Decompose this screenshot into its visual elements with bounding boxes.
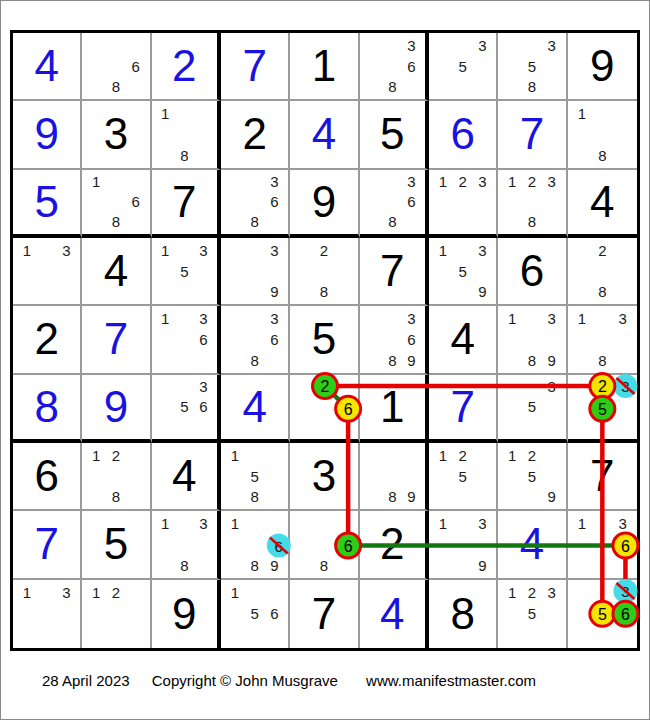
pencil-mark [175, 329, 194, 350]
pencil-marks [568, 375, 637, 439]
pencil-mark: 9 [265, 555, 285, 576]
pencil-mark: 8 [314, 282, 334, 303]
pencil-mark [265, 534, 285, 555]
cell-r3c9[interactable]: 4 [568, 170, 637, 238]
pencil-mark: 1 [156, 103, 175, 124]
pencil-mark: 3 [57, 582, 77, 603]
pencil-mark [37, 625, 57, 646]
cell-r2c9[interactable]: 18 [568, 101, 637, 169]
cell-r6c2[interactable]: 9 [82, 375, 151, 443]
pencil-marks: 3689 [360, 306, 425, 372]
pencil-mark: 2 [453, 172, 473, 192]
pencil-mark [433, 466, 453, 487]
pencil-mark: 6 [194, 397, 213, 417]
given-digit: 1 [312, 44, 336, 88]
cell-r5c2[interactable]: 7 [82, 306, 151, 374]
pencil-mark [572, 282, 592, 303]
cell-r4c4[interactable]: 39 [221, 238, 290, 306]
pencil-mark: 5 [453, 56, 473, 77]
pencil-mark [502, 35, 522, 56]
pencil-mark [433, 212, 453, 232]
pencil-mark [265, 625, 285, 646]
pencil-mark [334, 513, 354, 534]
pencil-mark [17, 625, 37, 646]
cell-r3c2[interactable]: 168 [82, 170, 151, 238]
pencil-mark [294, 417, 314, 437]
pencil-mark [592, 377, 612, 397]
pencil-mark [542, 445, 562, 466]
pencil-mark [245, 308, 265, 329]
cell-r9c3[interactable]: 9 [152, 580, 221, 648]
cell-r8c5[interactable]: 8 [290, 511, 359, 579]
pencil-mark [453, 282, 473, 303]
pencil-mark: 1 [17, 582, 37, 603]
pencil-mark [433, 261, 453, 282]
pencil-mark [175, 240, 194, 261]
pencil-marks: 125 [429, 443, 496, 509]
pencil-marks: 136 [152, 306, 217, 372]
pencil-mark [572, 603, 592, 624]
pencil-mark: 3 [194, 240, 213, 261]
footer-copyright: Copyright © John Musgrave [152, 672, 338, 689]
pencil-marks: 156 [221, 580, 288, 648]
pencil-mark [225, 261, 245, 282]
pencil-mark [175, 417, 194, 437]
footer: 28 April 2023 Copyright © John Musgrave … [42, 672, 536, 689]
pencil-mark [402, 445, 421, 466]
pencil-mark: 8 [592, 145, 612, 166]
pencil-mark: 9 [265, 282, 285, 303]
given-digit: 8 [450, 592, 474, 636]
solved-digit: 7 [520, 112, 544, 156]
cell-r9c6[interactable]: 4 [360, 580, 429, 648]
pencil-mark [314, 513, 334, 534]
cell-r4c8[interactable]: 6 [498, 238, 567, 306]
pencil-mark [572, 582, 592, 603]
cell-r8c6[interactable]: 2 [360, 511, 429, 579]
pencil-mark [433, 282, 453, 303]
pencil-mark: 2 [106, 445, 126, 466]
pencil-mark [502, 192, 522, 212]
pencil-marks: 123 [429, 170, 496, 234]
given-digit: 5 [104, 522, 128, 566]
pencil-mark [57, 625, 77, 646]
cell-r3c1[interactable]: 5 [13, 170, 82, 238]
cell-r6c7[interactable]: 7 [429, 375, 498, 443]
pencil-mark [334, 397, 354, 417]
pencil-mark [542, 329, 562, 350]
given-digit: 2 [242, 112, 266, 156]
cell-r2c3[interactable]: 18 [152, 101, 221, 169]
pencil-mark [542, 212, 562, 232]
pencil-mark [265, 487, 285, 508]
pencil-mark [542, 466, 562, 487]
pencil-mark [265, 350, 285, 371]
pencil-mark: 6 [265, 329, 285, 350]
pencil-mark [364, 350, 383, 371]
pencil-mark [334, 417, 354, 437]
cell-r9c1[interactable]: 13 [13, 580, 82, 648]
pencil-mark [364, 35, 383, 56]
pencil-mark [522, 417, 542, 437]
pencil-mark: 3 [57, 240, 77, 261]
cell-r5c1[interactable]: 2 [13, 306, 82, 374]
pencil-mark [225, 487, 245, 508]
pencil-marks: 368 [221, 306, 288, 372]
cell-r4c5[interactable]: 28 [290, 238, 359, 306]
pencil-marks: 368 [221, 170, 288, 234]
pencil-mark: 8 [522, 77, 542, 98]
pencil-mark [522, 329, 542, 350]
pencil-mark [383, 445, 402, 466]
cell-r1c1[interactable]: 4 [13, 33, 82, 101]
pencil-marks: 13 [13, 580, 80, 648]
solved-digit: 6 [450, 112, 474, 156]
cell-r7c5[interactable]: 3 [290, 443, 359, 511]
pencil-mark: 8 [522, 212, 542, 232]
cell-r1c9[interactable]: 9 [568, 33, 637, 101]
cell-r6c3[interactable]: 356 [152, 375, 221, 443]
cell-r9c2[interactable]: 12 [82, 580, 151, 648]
pencil-mark [17, 261, 37, 282]
cell-r2c6[interactable]: 5 [360, 101, 429, 169]
pencil-mark [175, 308, 194, 329]
pencil-mark [334, 377, 354, 397]
given-digit: 3 [312, 454, 336, 498]
pencil-mark [383, 308, 402, 329]
cell-r5c4[interactable]: 368 [221, 306, 290, 374]
pencil-marks: 368 [360, 170, 425, 234]
pencil-mark [572, 555, 592, 576]
cell-r6c5[interactable] [290, 375, 359, 443]
pencil-mark: 3 [402, 172, 421, 192]
pencil-mark [613, 582, 633, 603]
pencil-mark: 3 [473, 240, 493, 261]
cell-r1c3[interactable]: 2 [152, 33, 221, 101]
pencil-mark: 3 [542, 377, 562, 397]
cell-r8c2[interactable]: 5 [82, 511, 151, 579]
cell-r3c6[interactable]: 368 [360, 170, 429, 238]
pencil-mark: 5 [453, 261, 473, 282]
pencil-mark [592, 417, 612, 437]
pencil-mark [175, 513, 194, 534]
pencil-mark [364, 487, 383, 508]
cell-r1c5[interactable]: 1 [290, 33, 359, 101]
cell-r9c9[interactable] [568, 580, 637, 648]
cell-r6c9[interactable] [568, 375, 637, 443]
cell-r5c8[interactable]: 1389 [498, 306, 567, 374]
pencil-mark [522, 625, 542, 646]
pencil-mark [86, 192, 106, 212]
pencil-mark: 3 [194, 308, 213, 329]
pencil-mark [245, 513, 265, 534]
cell-r8c7[interactable]: 139 [429, 511, 498, 579]
pencil-mark: 6 [402, 56, 421, 77]
pencil-mark: 3 [473, 35, 493, 56]
cell-r8c3[interactable]: 138 [152, 511, 221, 579]
cell-r5c6[interactable]: 3689 [360, 306, 429, 374]
pencil-mark [156, 261, 175, 282]
cell-r6c4[interactable]: 4 [221, 375, 290, 443]
pencil-mark [542, 192, 562, 212]
cell-r7c2[interactable]: 128 [82, 443, 151, 511]
pencil-mark [592, 124, 612, 145]
pencil-mark [156, 124, 175, 145]
pencil-marks: 135 [152, 238, 217, 304]
cell-r4c3[interactable]: 135 [152, 238, 221, 306]
cell-r7c8[interactable]: 1259 [498, 443, 567, 511]
pencil-mark [245, 240, 265, 261]
pencil-mark [265, 212, 285, 232]
pencil-mark: 8 [383, 212, 402, 232]
pencil-mark [592, 261, 612, 282]
pencil-mark [473, 56, 493, 77]
pencil-mark: 1 [502, 445, 522, 466]
cell-r9c5[interactable]: 7 [290, 580, 359, 648]
pencil-mark [175, 103, 194, 124]
pencil-mark: 9 [473, 282, 493, 303]
pencil-mark: 3 [613, 308, 633, 329]
footer-website[interactable]: www.manifestmaster.com [366, 672, 536, 689]
cell-r7c3[interactable]: 4 [152, 443, 221, 511]
pencil-mark: 8 [314, 555, 334, 576]
pencil-mark [265, 445, 285, 466]
pencil-mark [572, 240, 592, 261]
pencil-mark [502, 56, 522, 77]
sudoku-board: 4682713683535899318245671851687368936812… [10, 30, 640, 651]
pencil-mark [86, 466, 106, 487]
pencil-mark: 8 [106, 487, 126, 508]
given-digit: 2 [34, 317, 58, 361]
cell-r2c4[interactable]: 2 [221, 101, 290, 169]
cell-r2c2[interactable]: 3 [82, 101, 151, 169]
pencil-mark [225, 212, 245, 232]
pencil-marks: 18 [568, 101, 637, 167]
pencil-mark [294, 282, 314, 303]
pencil-mark [473, 77, 493, 98]
pencil-mark [502, 77, 522, 98]
pencil-mark [502, 329, 522, 350]
pencil-mark [613, 555, 633, 576]
cell-r7c6[interactable]: 89 [360, 443, 429, 511]
pencil-mark: 3 [542, 308, 562, 329]
pencil-marks: 89 [360, 443, 425, 509]
pencil-mark [542, 603, 562, 624]
cell-r5c5[interactable]: 5 [290, 306, 359, 374]
pencil-mark [502, 212, 522, 232]
pencil-marks [290, 375, 357, 439]
pencil-mark: 3 [542, 172, 562, 192]
pencil-mark [433, 487, 453, 508]
pencil-mark [592, 329, 612, 350]
cell-r7c4[interactable]: 158 [221, 443, 290, 511]
cell-r6c8[interactable]: 35 [498, 375, 567, 443]
pencil-mark [314, 261, 334, 282]
cell-r7c9[interactable]: 7 [568, 443, 637, 511]
cell-r8c1[interactable]: 7 [13, 511, 82, 579]
pencil-mark [572, 329, 592, 350]
cell-r4c6[interactable]: 7 [360, 238, 429, 306]
pencil-mark [106, 192, 126, 212]
cell-r2c8[interactable]: 7 [498, 101, 567, 169]
pencil-mark: 3 [613, 513, 633, 534]
given-digit: 1 [380, 385, 404, 429]
pencil-mark [572, 261, 592, 282]
solved-digit: 4 [34, 44, 58, 88]
solved-digit: 9 [104, 385, 128, 429]
pencil-mark [225, 555, 245, 576]
pencil-mark [314, 397, 334, 417]
pencil-mark [383, 192, 402, 212]
cell-r3c7[interactable]: 123 [429, 170, 498, 238]
cell-r4c1[interactable]: 13 [13, 238, 82, 306]
pencil-mark [572, 145, 592, 166]
pencil-marks: 1235 [498, 580, 565, 648]
pencil-marks: 138 [568, 306, 637, 372]
pencil-mark [334, 534, 354, 555]
pencil-mark [453, 35, 473, 56]
pencil-mark: 2 [106, 582, 126, 603]
cell-r9c7[interactable]: 8 [429, 580, 498, 648]
pencil-mark: 1 [572, 103, 592, 124]
cell-r1c6[interactable]: 368 [360, 33, 429, 101]
pencil-mark: 8 [592, 282, 612, 303]
cell-r1c4[interactable]: 7 [221, 33, 290, 101]
pencil-marks: 13 [568, 511, 637, 577]
given-digit: 6 [520, 249, 544, 293]
pencil-mark: 1 [86, 172, 106, 192]
cell-r2c1[interactable]: 9 [13, 101, 82, 169]
pencil-mark: 2 [522, 582, 542, 603]
pencil-mark [106, 56, 126, 77]
pencil-mark [433, 192, 453, 212]
pencil-mark: 1 [502, 172, 522, 192]
pencil-mark [86, 603, 106, 624]
pencil-mark [294, 261, 314, 282]
cell-r5c3[interactable]: 136 [152, 306, 221, 374]
pencil-mark [194, 145, 213, 166]
pencil-mark: 3 [194, 377, 213, 397]
cell-r4c2[interactable]: 4 [82, 238, 151, 306]
pencil-mark [473, 534, 493, 555]
cell-r9c4[interactable]: 156 [221, 580, 290, 648]
pencil-marks: 128 [82, 443, 149, 509]
pencil-mark [225, 534, 245, 555]
cell-r3c8[interactable]: 1238 [498, 170, 567, 238]
pencil-mark [613, 377, 633, 397]
cell-r6c1[interactable]: 8 [13, 375, 82, 443]
pencil-mark: 9 [402, 350, 421, 371]
cell-r2c7[interactable]: 6 [429, 101, 498, 169]
pencil-mark [453, 212, 473, 232]
pencil-mark: 8 [383, 77, 402, 98]
pencil-mark: 2 [522, 172, 542, 192]
pencil-mark [194, 103, 213, 124]
pencil-mark [86, 77, 106, 98]
pencil-mark [453, 513, 473, 534]
pencil-mark: 9 [473, 555, 493, 576]
pencil-mark: 6 [402, 192, 421, 212]
pencil-mark [194, 124, 213, 145]
pencil-mark [175, 282, 194, 303]
pencil-mark [473, 212, 493, 232]
pencil-mark: 6 [265, 192, 285, 212]
pencil-mark: 1 [86, 445, 106, 466]
pencil-mark [613, 350, 633, 371]
cell-r1c8[interactable]: 358 [498, 33, 567, 101]
pencil-mark [156, 145, 175, 166]
pencil-mark [194, 534, 213, 555]
cell-r8c8[interactable]: 4 [498, 511, 567, 579]
pencil-mark [37, 261, 57, 282]
cell-r3c5[interactable]: 9 [290, 170, 359, 238]
cell-r5c9[interactable]: 138 [568, 306, 637, 374]
pencil-mark [106, 172, 126, 192]
pencil-mark [383, 329, 402, 350]
given-digit: 2 [380, 522, 404, 566]
pencil-mark [245, 172, 265, 192]
pencil-mark [57, 603, 77, 624]
given-digit: 7 [172, 180, 196, 224]
pencil-mark [225, 240, 245, 261]
pencil-mark [402, 212, 421, 232]
pencil-mark [156, 534, 175, 555]
cell-r8c9[interactable]: 13 [568, 511, 637, 579]
pencil-mark: 5 [175, 261, 194, 282]
pencil-marks: 138 [152, 511, 217, 577]
pencil-mark [473, 445, 493, 466]
cell-r6c6[interactable]: 1 [360, 375, 429, 443]
pencil-mark [542, 77, 562, 98]
cell-r1c7[interactable]: 35 [429, 33, 498, 101]
pencil-mark [364, 308, 383, 329]
cell-r5c7[interactable]: 4 [429, 306, 498, 374]
pencil-mark: 1 [156, 513, 175, 534]
cell-r7c7[interactable]: 125 [429, 443, 498, 511]
pencil-mark: 1 [433, 240, 453, 261]
pencil-mark [433, 534, 453, 555]
pencil-mark: 1 [502, 308, 522, 329]
solved-digit: 7 [104, 317, 128, 361]
pencil-mark [175, 377, 194, 397]
pencil-mark [126, 582, 146, 603]
pencil-mark [592, 103, 612, 124]
cell-r8c4[interactable]: 189 [221, 511, 290, 579]
pencil-mark [175, 124, 194, 145]
cell-r4c9[interactable]: 28 [568, 238, 637, 306]
pencil-mark [502, 603, 522, 624]
pencil-mark [364, 192, 383, 212]
cell-r3c3[interactable]: 7 [152, 170, 221, 238]
pencil-mark: 5 [522, 397, 542, 417]
cell-r2c5[interactable]: 4 [290, 101, 359, 169]
pencil-mark [126, 172, 146, 192]
cell-r3c4[interactable]: 368 [221, 170, 290, 238]
pencil-mark [175, 350, 194, 371]
pencil-marks: 368 [360, 33, 425, 99]
cell-r7c1[interactable]: 6 [13, 443, 82, 511]
given-digit: 9 [172, 592, 196, 636]
pencil-mark: 1 [572, 513, 592, 534]
cell-r1c2[interactable]: 68 [82, 33, 151, 101]
pencil-mark: 8 [522, 350, 542, 371]
pencil-mark [522, 308, 542, 329]
cell-r9c8[interactable]: 1235 [498, 580, 567, 648]
cell-r4c7[interactable]: 1359 [429, 238, 498, 306]
pencil-mark: 1 [433, 513, 453, 534]
pencil-mark [592, 555, 612, 576]
pencil-mark [572, 377, 592, 397]
